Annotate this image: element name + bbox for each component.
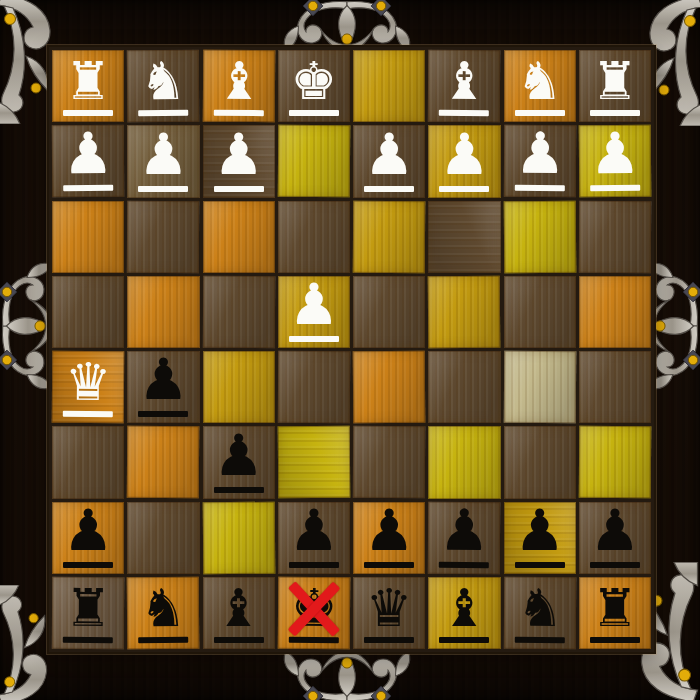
white-bishop-icon: ♝ (441, 55, 488, 107)
piece-black-queen-d8[interactable]: ♛ (353, 577, 425, 649)
square-f3[interactable] (203, 201, 275, 273)
square-g4[interactable] (127, 276, 199, 348)
piece-underline-bar (364, 186, 414, 192)
black-queen-icon: ♛ (366, 582, 413, 634)
white-knight-icon: ♞ (516, 55, 563, 107)
square-e1[interactable]: ♚ (278, 50, 350, 122)
piece-white-knight-g1[interactable]: ♞ (127, 50, 200, 123)
black-pawn-icon: ♟ (288, 502, 339, 559)
piece-underline-bar (364, 562, 414, 568)
square-d5[interactable] (353, 351, 426, 424)
piece-white-pawn-g2[interactable]: ♟ (127, 125, 199, 197)
piece-underline-bar (515, 562, 565, 568)
piece-underline-bar (139, 110, 189, 116)
piece-underline-bar (138, 411, 188, 417)
square-b4[interactable] (504, 276, 576, 348)
piece-underline-bar (139, 637, 189, 643)
piece-underline-bar (63, 562, 113, 568)
piece-white-rook-h1[interactable]: ♜ (52, 50, 124, 122)
square-c8[interactable]: ♝ (428, 577, 500, 649)
piece-white-rook-a1[interactable]: ♜ (579, 50, 651, 122)
piece-black-pawn-c7[interactable]: ♟ (428, 501, 501, 574)
square-a8[interactable]: ♜ (579, 577, 651, 649)
square-f4[interactable] (202, 275, 275, 348)
black-rook-icon: ♜ (592, 582, 639, 634)
white-knight-icon: ♞ (140, 55, 187, 107)
piece-black-pawn-g5[interactable]: ♟ (127, 351, 199, 423)
square-h6[interactable] (52, 426, 124, 498)
square-h7[interactable]: ♟ (52, 502, 124, 574)
piece-black-pawn-a7[interactable]: ♟ (579, 502, 651, 574)
black-knight-icon: ♞ (140, 582, 187, 634)
piece-black-king-e8[interactable]: ♚ (277, 576, 350, 649)
piece-black-bishop-f8[interactable]: ♝ (203, 577, 275, 649)
piece-white-king-e1[interactable]: ♚ (278, 50, 350, 122)
square-a1[interactable]: ♜ (579, 50, 651, 122)
square-a2[interactable]: ♟ (578, 125, 651, 198)
square-a3[interactable] (578, 200, 651, 273)
piece-underline-bar (213, 110, 263, 116)
square-d2[interactable]: ♟ (353, 125, 425, 197)
piece-white-pawn-e4[interactable]: ♟ (278, 276, 350, 348)
piece-white-pawn-d2[interactable]: ♟ (353, 125, 425, 197)
square-a5[interactable] (579, 351, 651, 423)
white-pawn-icon: ♟ (213, 126, 264, 183)
square-g2[interactable]: ♟ (127, 125, 199, 197)
chess-board: ♜♞♝♚♝♞♜♟♟♟♟♟♟♟♟♛♟♟♟♟♟♟♟♟♜♞♝♚♛♝♞♜ (49, 47, 654, 652)
black-knight-icon: ♞ (516, 582, 563, 634)
piece-black-rook-h8[interactable]: ♜ (52, 576, 125, 649)
piece-underline-bar (289, 562, 339, 568)
square-f7[interactable] (202, 501, 275, 574)
square-a6[interactable] (578, 426, 651, 499)
piece-underline-bar (590, 562, 640, 568)
piece-underline-bar (514, 185, 564, 191)
piece-black-pawn-b7[interactable]: ♟ (504, 502, 576, 574)
piece-underline-bar (439, 562, 489, 568)
piece-black-knight-g8[interactable]: ♞ (127, 576, 200, 649)
square-e4[interactable]: ♟ (278, 276, 350, 348)
black-pawn-icon: ♟ (213, 427, 264, 484)
piece-black-pawn-e7[interactable]: ♟ (278, 502, 350, 574)
piece-underline-bar (590, 185, 640, 191)
white-bishop-icon: ♝ (215, 55, 262, 107)
piece-underline-bar (214, 487, 264, 493)
square-f5[interactable] (203, 351, 275, 423)
black-pawn-icon: ♟ (589, 502, 640, 559)
piece-white-pawn-b2[interactable]: ♟ (503, 125, 576, 198)
chessboard-photo: ♜♞♝♚♝♞♜♟♟♟♟♟♟♟♟♛♟♟♟♟♟♟♟♟♜♞♝♚♛♝♞♜ (0, 0, 700, 700)
piece-underline-bar (590, 110, 640, 116)
square-e2[interactable] (277, 125, 350, 198)
square-g5[interactable]: ♟ (127, 351, 199, 423)
white-queen-icon: ♛ (65, 356, 112, 408)
white-pawn-icon: ♟ (364, 126, 415, 183)
square-b2[interactable]: ♟ (503, 125, 576, 198)
piece-underline-bar (63, 110, 113, 116)
black-pawn-icon: ♟ (138, 351, 189, 408)
white-pawn-icon: ♟ (589, 125, 641, 182)
piece-underline-bar (289, 336, 339, 342)
white-pawn-icon: ♟ (62, 125, 114, 182)
square-b5[interactable] (503, 351, 576, 424)
piece-underline-bar (138, 186, 188, 192)
white-rook-icon: ♜ (65, 55, 112, 107)
square-e6[interactable] (277, 426, 350, 499)
piece-underline-bar (514, 637, 564, 643)
square-f6[interactable]: ♟ (203, 426, 275, 498)
piece-black-pawn-f6[interactable]: ♟ (203, 426, 275, 498)
square-h1[interactable]: ♜ (52, 50, 124, 122)
square-g8[interactable]: ♞ (127, 576, 200, 649)
piece-underline-bar (289, 637, 339, 643)
square-g3[interactable] (127, 200, 200, 273)
piece-white-queen-h5[interactable]: ♛ (52, 351, 125, 424)
piece-white-pawn-h2[interactable]: ♟ (52, 125, 125, 198)
white-pawn-icon: ♟ (514, 125, 566, 182)
black-pawn-icon: ♟ (514, 502, 565, 559)
black-king-icon: ♚ (290, 582, 337, 634)
piece-underline-bar (63, 411, 113, 417)
square-d4[interactable] (353, 276, 425, 348)
square-b7[interactable]: ♟ (504, 502, 576, 574)
square-b3[interactable] (503, 200, 576, 273)
black-bishop-icon: ♝ (441, 582, 488, 634)
piece-white-pawn-a2[interactable]: ♟ (578, 125, 651, 198)
piece-black-rook-a8[interactable]: ♜ (579, 577, 651, 649)
square-c5[interactable] (428, 351, 500, 423)
piece-underline-bar (439, 110, 489, 116)
square-c6[interactable] (428, 426, 500, 498)
square-h3[interactable] (52, 201, 124, 273)
square-a4[interactable] (579, 276, 651, 348)
piece-underline-bar (214, 637, 264, 643)
piece-underline-bar (515, 110, 565, 116)
square-c4[interactable] (428, 275, 501, 348)
white-rook-icon: ♜ (592, 55, 639, 107)
square-g7[interactable] (127, 502, 199, 574)
square-e7[interactable]: ♟ (278, 502, 350, 574)
edge-ornament-bottom-center (262, 648, 432, 700)
piece-underline-bar (63, 637, 113, 643)
square-d8[interactable]: ♛ (353, 577, 425, 649)
square-b6[interactable] (504, 426, 576, 498)
piece-white-knight-b1[interactable]: ♞ (504, 50, 576, 122)
square-c3[interactable] (428, 201, 500, 273)
piece-black-bishop-c8[interactable]: ♝ (428, 577, 500, 649)
square-e5[interactable] (277, 351, 350, 424)
square-h4[interactable] (52, 276, 124, 348)
square-g6[interactable] (127, 426, 200, 499)
piece-underline-bar (590, 637, 640, 643)
square-d1[interactable] (353, 50, 425, 122)
piece-underline-bar (439, 637, 489, 643)
square-c2[interactable]: ♟ (428, 125, 500, 197)
square-a7[interactable]: ♟ (579, 502, 651, 574)
piece-black-pawn-h7[interactable]: ♟ (52, 502, 124, 574)
piece-white-pawn-c2[interactable]: ♟ (428, 125, 500, 197)
piece-white-pawn-f2[interactable]: ♟ (203, 125, 275, 197)
square-e3[interactable] (278, 201, 350, 273)
square-c1[interactable]: ♝ (428, 50, 501, 123)
edge-ornament-top-center (262, 0, 432, 54)
square-h5[interactable]: ♛ (52, 351, 125, 424)
black-pawn-icon: ♟ (439, 502, 491, 559)
white-king-icon: ♚ (291, 55, 338, 107)
piece-underline-bar (214, 186, 264, 192)
square-b8[interactable]: ♞ (503, 576, 576, 649)
piece-underline-bar (63, 185, 113, 191)
white-pawn-icon: ♟ (439, 126, 490, 183)
square-c7[interactable]: ♟ (428, 501, 501, 574)
piece-white-bishop-f1[interactable]: ♝ (202, 50, 275, 123)
square-d3[interactable] (353, 200, 426, 273)
piece-underline-bar (364, 637, 414, 643)
piece-black-pawn-d7[interactable]: ♟ (353, 502, 425, 574)
white-pawn-icon: ♟ (138, 126, 189, 183)
square-f1[interactable]: ♝ (202, 50, 275, 123)
black-rook-icon: ♜ (65, 582, 112, 634)
square-h8[interactable]: ♜ (52, 576, 125, 649)
piece-underline-bar (289, 110, 339, 116)
black-bishop-icon: ♝ (215, 582, 262, 634)
white-pawn-icon: ♟ (288, 276, 339, 333)
piece-white-bishop-c1[interactable]: ♝ (428, 50, 501, 123)
square-h2[interactable]: ♟ (52, 125, 125, 198)
square-f8[interactable]: ♝ (203, 577, 275, 649)
square-g1[interactable]: ♞ (127, 50, 200, 123)
square-e8[interactable]: ♚ (277, 576, 350, 649)
square-f2[interactable]: ♟ (203, 125, 275, 197)
piece-black-knight-b8[interactable]: ♞ (503, 576, 576, 649)
black-pawn-icon: ♟ (63, 502, 114, 559)
square-d6[interactable] (353, 426, 426, 499)
black-pawn-icon: ♟ (364, 502, 415, 559)
piece-underline-bar (439, 186, 489, 192)
square-d7[interactable]: ♟ (353, 502, 425, 574)
square-b1[interactable]: ♞ (504, 50, 576, 122)
edge-ornament-left-center (0, 241, 55, 411)
